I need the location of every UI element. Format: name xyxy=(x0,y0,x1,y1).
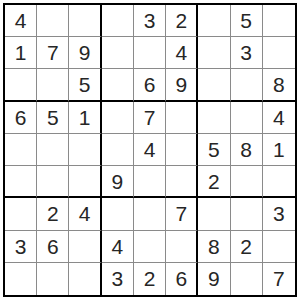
sudoku-cell-r5c1[interactable] xyxy=(5,134,37,166)
sudoku-cell-r9c6[interactable]: 6 xyxy=(166,263,198,295)
sudoku-cell-r9c5[interactable]: 2 xyxy=(134,263,166,295)
sudoku-cell-r1c3[interactable] xyxy=(69,5,101,37)
sudoku-cell-r5c4[interactable] xyxy=(102,134,134,166)
sudoku-cell-r1c8[interactable]: 5 xyxy=(231,5,263,37)
sudoku-cell-r7c8[interactable] xyxy=(231,198,263,230)
sudoku-cell-r8c9[interactable] xyxy=(263,231,295,263)
sudoku-cell-r3c9[interactable]: 8 xyxy=(263,69,295,101)
sudoku-cell-r6c1[interactable] xyxy=(5,166,37,198)
sudoku-cell-r9c3[interactable] xyxy=(69,263,101,295)
sudoku-cell-r6c7[interactable]: 2 xyxy=(198,166,230,198)
sudoku-cell-r4c2[interactable]: 5 xyxy=(37,102,69,134)
sudoku-cell-r7c4[interactable] xyxy=(102,198,134,230)
sudoku-cell-r6c9[interactable] xyxy=(263,166,295,198)
sudoku-cell-r3c3[interactable]: 5 xyxy=(69,69,101,101)
sudoku-cell-r9c7[interactable]: 9 xyxy=(198,263,230,295)
sudoku-cell-r2c7[interactable] xyxy=(198,37,230,69)
sudoku-cell-r4c4[interactable] xyxy=(102,102,134,134)
sudoku-cell-r5c7[interactable]: 5 xyxy=(198,134,230,166)
sudoku-cell-r2c2[interactable]: 7 xyxy=(37,37,69,69)
sudoku-cell-r3c4[interactable] xyxy=(102,69,134,101)
sudoku-cell-r8c6[interactable] xyxy=(166,231,198,263)
sudoku-cell-r7c2[interactable]: 2 xyxy=(37,198,69,230)
sudoku-cell-r1c7[interactable] xyxy=(198,5,230,37)
sudoku-cell-r5c3[interactable] xyxy=(69,134,101,166)
sudoku-cell-r5c6[interactable] xyxy=(166,134,198,166)
sudoku-cell-r8c3[interactable] xyxy=(69,231,101,263)
sudoku-cell-r4c7[interactable] xyxy=(198,102,230,134)
sudoku-cell-r8c8[interactable]: 2 xyxy=(231,231,263,263)
sudoku-cell-r5c5[interactable]: 4 xyxy=(134,134,166,166)
sudoku-cell-r1c4[interactable] xyxy=(102,5,134,37)
sudoku-cell-r1c6[interactable]: 2 xyxy=(166,5,198,37)
sudoku-cell-r8c2[interactable]: 6 xyxy=(37,231,69,263)
sudoku-cell-r4c6[interactable] xyxy=(166,102,198,134)
sudoku-cell-r4c9[interactable]: 4 xyxy=(263,102,295,134)
sudoku-cell-r8c1[interactable]: 3 xyxy=(5,231,37,263)
sudoku-cell-r9c2[interactable] xyxy=(37,263,69,295)
sudoku-cell-r4c1[interactable]: 6 xyxy=(5,102,37,134)
sudoku-cell-r9c9[interactable]: 7 xyxy=(263,263,295,295)
sudoku-cell-r2c1[interactable]: 1 xyxy=(5,37,37,69)
sudoku-cell-r1c1[interactable]: 4 xyxy=(5,5,37,37)
sudoku-cell-r6c6[interactable] xyxy=(166,166,198,198)
sudoku-cell-r6c8[interactable] xyxy=(231,166,263,198)
sudoku-cell-r8c4[interactable]: 4 xyxy=(102,231,134,263)
sudoku-cell-r8c5[interactable] xyxy=(134,231,166,263)
sudoku-board: 43251794356986517445819224733648232697 xyxy=(3,3,297,297)
sudoku-cell-r9c1[interactable] xyxy=(5,263,37,295)
sudoku-cell-r1c5[interactable]: 3 xyxy=(134,5,166,37)
sudoku-cell-r3c8[interactable] xyxy=(231,69,263,101)
sudoku-cell-r7c5[interactable] xyxy=(134,198,166,230)
sudoku-cell-r5c2[interactable] xyxy=(37,134,69,166)
sudoku-cell-r3c6[interactable]: 9 xyxy=(166,69,198,101)
sudoku-cell-r4c5[interactable]: 7 xyxy=(134,102,166,134)
sudoku-cell-r6c5[interactable] xyxy=(134,166,166,198)
sudoku-cell-r7c1[interactable] xyxy=(5,198,37,230)
sudoku-cell-r2c9[interactable] xyxy=(263,37,295,69)
sudoku-cell-r7c9[interactable]: 3 xyxy=(263,198,295,230)
sudoku-cell-r2c6[interactable]: 4 xyxy=(166,37,198,69)
sudoku-cell-r6c3[interactable] xyxy=(69,166,101,198)
sudoku-cell-r3c7[interactable] xyxy=(198,69,230,101)
sudoku-cell-r2c3[interactable]: 9 xyxy=(69,37,101,69)
sudoku-cell-r6c2[interactable] xyxy=(37,166,69,198)
sudoku-cell-r7c7[interactable] xyxy=(198,198,230,230)
sudoku-cell-r1c2[interactable] xyxy=(37,5,69,37)
sudoku-cell-r9c8[interactable] xyxy=(231,263,263,295)
sudoku-cell-r1c9[interactable] xyxy=(263,5,295,37)
sudoku-cell-r3c2[interactable] xyxy=(37,69,69,101)
sudoku-cell-r2c4[interactable] xyxy=(102,37,134,69)
sudoku-cell-r4c3[interactable]: 1 xyxy=(69,102,101,134)
sudoku-cell-r8c7[interactable]: 8 xyxy=(198,231,230,263)
sudoku-cell-r7c6[interactable]: 7 xyxy=(166,198,198,230)
sudoku-cell-r3c5[interactable]: 6 xyxy=(134,69,166,101)
sudoku-cell-r3c1[interactable] xyxy=(5,69,37,101)
sudoku-cell-r6c4[interactable]: 9 xyxy=(102,166,134,198)
sudoku-cell-r4c8[interactable] xyxy=(231,102,263,134)
sudoku-cell-r5c8[interactable]: 8 xyxy=(231,134,263,166)
sudoku-cell-r5c9[interactable]: 1 xyxy=(263,134,295,166)
sudoku-cell-r2c5[interactable] xyxy=(134,37,166,69)
sudoku-cell-r7c3[interactable]: 4 xyxy=(69,198,101,230)
sudoku-cell-r9c4[interactable]: 3 xyxy=(102,263,134,295)
sudoku-cell-r2c8[interactable]: 3 xyxy=(231,37,263,69)
